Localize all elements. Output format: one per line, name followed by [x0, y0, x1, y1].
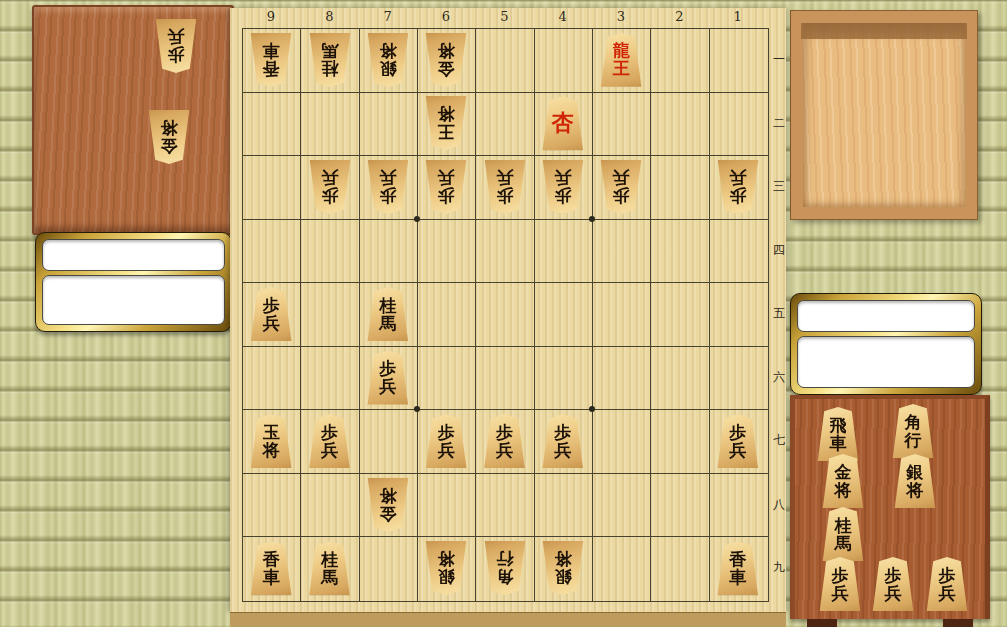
piece-kanji: 兵	[379, 378, 396, 396]
piece-kanji: 兵	[438, 169, 455, 187]
piece-kanji: 将	[161, 119, 178, 137]
piece-kanji: 歩	[729, 423, 746, 441]
stand-foot-right	[943, 619, 973, 627]
piece-kanji: 桂	[321, 60, 338, 78]
piece-kanji: 将	[438, 550, 455, 568]
piece-8g[interactable]: 歩兵	[307, 414, 353, 468]
piece-kanji: 歩	[379, 187, 396, 205]
sente-hand-piece-6[interactable]: 歩兵	[870, 557, 916, 611]
piece-8c[interactable]: 歩兵	[307, 160, 353, 214]
piece-kanji: 桂	[379, 296, 396, 314]
rank-label-六: 六	[771, 346, 787, 409]
piece-kanji: 歩	[729, 187, 746, 205]
file-coordinates: 987654321	[242, 9, 767, 27]
gote-hand-pieces: 歩兵金将	[34, 7, 232, 233]
rank-label-七: 七	[771, 409, 787, 472]
file-label-6: 6	[417, 9, 475, 24]
sente-clock-slot	[797, 336, 975, 388]
piece-kanji: 将	[554, 550, 571, 568]
file-label-2: 2	[650, 9, 708, 24]
sente-piece-tray-rim	[801, 23, 967, 39]
piece-kanji: 将	[263, 441, 280, 459]
piece-kanji: 兵	[613, 169, 630, 187]
piece-3a[interactable]: 龍王	[598, 33, 644, 87]
piece-6a[interactable]: 金将	[423, 33, 469, 87]
piece-kanji: 角	[496, 568, 513, 586]
piece-kanji: 歩	[554, 423, 571, 441]
piece-kanji: 歩	[613, 187, 630, 205]
piece-kanji: 馬	[379, 314, 396, 332]
piece-kanji: 王	[438, 123, 455, 141]
piece-7c[interactable]: 歩兵	[365, 160, 411, 214]
piece-3c[interactable]: 歩兵	[598, 160, 644, 214]
piece-9e[interactable]: 歩兵	[248, 287, 294, 341]
gote-name-slot	[42, 239, 225, 271]
piece-kanji: 兵	[832, 584, 849, 602]
piece-kanji: 銀	[554, 568, 571, 586]
piece-kanji: 角	[905, 413, 922, 431]
piece-kanji: 行	[496, 550, 513, 568]
piece-kanji: 兵	[939, 584, 956, 602]
piece-9a[interactable]: 香車	[248, 33, 294, 87]
piece-7e[interactable]: 桂馬	[365, 287, 411, 341]
piece-5i[interactable]: 角行	[482, 541, 528, 595]
piece-8a[interactable]: 桂馬	[307, 33, 353, 87]
piece-kanji: 香	[263, 550, 280, 568]
piece-kanji: 歩	[263, 296, 280, 314]
sente-hand-piece-0[interactable]: 飛車	[815, 407, 861, 461]
rank-label-一: 一	[771, 28, 787, 91]
star-point	[414, 216, 420, 222]
file-label-4: 4	[534, 9, 592, 24]
piece-9i[interactable]: 香車	[248, 541, 294, 595]
piece-kanji: 兵	[321, 441, 338, 459]
piece-6g[interactable]: 歩兵	[423, 414, 469, 468]
piece-kanji: 香	[263, 60, 280, 78]
piece-kanji: 兵	[885, 584, 902, 602]
piece-kanji: 金	[438, 60, 455, 78]
piece-kanji: 桂	[321, 550, 338, 568]
piece-kanji: 香	[729, 550, 746, 568]
rank-label-九: 九	[771, 536, 787, 599]
piece-6c[interactable]: 歩兵	[423, 160, 469, 214]
piece-kanji: 兵	[496, 169, 513, 187]
piece-kanji: 金	[835, 463, 852, 481]
piece-kanji: 馬	[321, 568, 338, 586]
piece-kanji: 歩	[496, 423, 513, 441]
sente-hand-piece-2[interactable]: 金将	[820, 454, 866, 508]
piece-kanji: 歩	[321, 423, 338, 441]
sente-hand-piece-5[interactable]: 歩兵	[817, 557, 863, 611]
piece-kanji: 車	[830, 434, 847, 452]
gote-hand-piece-0[interactable]: 歩兵	[153, 19, 199, 73]
file-label-3: 3	[592, 9, 650, 24]
piece-kanji: 銀	[379, 60, 396, 78]
piece-kanji: 兵	[729, 169, 746, 187]
piece-kanji: 歩	[168, 46, 185, 64]
piece-kanji: 歩	[885, 566, 902, 584]
file-label-9: 9	[242, 9, 300, 24]
piece-4g[interactable]: 歩兵	[540, 414, 586, 468]
piece-kanji: 車	[263, 42, 280, 60]
piece-kanji: 金	[379, 505, 396, 523]
gote-player-plate	[35, 232, 232, 332]
piece-1i[interactable]: 香車	[715, 541, 761, 595]
sente-hand-piece-3[interactable]: 銀将	[892, 454, 938, 508]
file-label-1: 1	[709, 9, 767, 24]
rank-label-五: 五	[771, 282, 787, 345]
piece-kanji: 将	[379, 487, 396, 505]
piece-kanji: 車	[729, 568, 746, 586]
rank-coordinates: 一二三四五六七八九	[771, 28, 787, 600]
piece-4b[interactable]: 杏	[540, 96, 586, 150]
sente-piece-tray	[790, 10, 978, 220]
file-label-7: 7	[359, 9, 417, 24]
piece-kanji: 兵	[554, 441, 571, 459]
piece-kanji: 歩	[438, 423, 455, 441]
board-pieces: 香車桂馬銀将金将龍王王将杏歩兵歩兵歩兵歩兵歩兵歩兵歩兵歩兵桂馬歩兵玉将歩兵歩兵歩…	[242, 28, 767, 600]
piece-1c[interactable]: 歩兵	[715, 160, 761, 214]
gote-clock-slot	[42, 275, 225, 325]
piece-kanji: 車	[263, 568, 280, 586]
gote-hand-piece-1[interactable]: 金将	[146, 110, 192, 164]
stand-foot-left	[807, 619, 837, 627]
piece-1g[interactable]: 歩兵	[715, 414, 761, 468]
piece-kanji: 将	[438, 42, 455, 60]
piece-kanji: 歩	[438, 187, 455, 205]
piece-6i[interactable]: 銀将	[423, 541, 469, 595]
piece-kanji: 飛	[830, 416, 847, 434]
piece-kanji: 将	[438, 105, 455, 123]
piece-kanji: 王	[613, 60, 630, 78]
piece-7a[interactable]: 銀将	[365, 33, 411, 87]
piece-kanji: 馬	[835, 534, 852, 552]
piece-kanji: 杏	[552, 111, 574, 135]
piece-kanji: 銀	[438, 568, 455, 586]
piece-kanji: 歩	[496, 187, 513, 205]
gote-captured-stand: 歩兵金将	[32, 5, 234, 235]
piece-kanji: 将	[907, 481, 924, 499]
piece-kanji: 兵	[168, 28, 185, 46]
piece-4i[interactable]: 銀将	[540, 541, 586, 595]
piece-kanji: 兵	[263, 314, 280, 332]
piece-kanji: 行	[905, 431, 922, 449]
piece-kanji: 将	[835, 481, 852, 499]
sente-hand-pieces: 飛車角行金将銀将桂馬歩兵歩兵歩兵	[795, 399, 985, 619]
sente-piece-tray-floor	[803, 23, 965, 207]
piece-kanji: 兵	[321, 169, 338, 187]
piece-kanji: 兵	[554, 169, 571, 187]
file-label-5: 5	[475, 9, 533, 24]
piece-8i[interactable]: 桂馬	[307, 541, 353, 595]
piece-kanji: 桂	[835, 516, 852, 534]
star-point	[589, 216, 595, 222]
sente-hand-piece-4[interactable]: 桂馬	[820, 507, 866, 561]
piece-kanji: 兵	[438, 441, 455, 459]
piece-kanji: 歩	[379, 360, 396, 378]
piece-kanji: 兵	[729, 441, 746, 459]
piece-6b[interactable]: 王将	[423, 96, 469, 150]
sente-hand-piece-7[interactable]: 歩兵	[924, 557, 970, 611]
piece-kanji: 歩	[939, 566, 956, 584]
shogi-app: { "game": "shogi", "position": { "sfen":…	[0, 0, 1007, 627]
rank-label-三: 三	[771, 155, 787, 218]
piece-7f[interactable]: 歩兵	[365, 351, 411, 405]
shogi-board: 987654321 一二三四五六七八九 香車桂馬銀将金将龍王王将杏歩兵歩兵歩兵歩…	[230, 8, 786, 612]
piece-kanji: 将	[379, 42, 396, 60]
file-label-8: 8	[300, 9, 358, 24]
piece-kanji: 馬	[321, 42, 338, 60]
piece-kanji: 歩	[832, 566, 849, 584]
piece-kanji: 兵	[379, 169, 396, 187]
piece-7h[interactable]: 金将	[365, 478, 411, 532]
piece-9g[interactable]: 玉将	[248, 414, 294, 468]
board-edge	[230, 612, 786, 627]
piece-5g[interactable]: 歩兵	[482, 414, 528, 468]
piece-kanji: 歩	[321, 187, 338, 205]
sente-captured-stand: 飛車角行金将銀将桂馬歩兵歩兵歩兵	[790, 395, 990, 619]
piece-kanji: 銀	[907, 463, 924, 481]
piece-kanji: 龍	[613, 42, 630, 60]
sente-name-slot	[797, 300, 975, 332]
piece-4c[interactable]: 歩兵	[540, 160, 586, 214]
sente-hand-piece-1[interactable]: 角行	[890, 404, 936, 458]
sente-player-plate	[790, 293, 982, 395]
rank-label-四: 四	[771, 219, 787, 282]
rank-label-八: 八	[771, 473, 787, 536]
piece-kanji: 金	[161, 137, 178, 155]
rank-label-二: 二	[771, 92, 787, 155]
piece-kanji: 玉	[263, 423, 280, 441]
piece-kanji: 兵	[496, 441, 513, 459]
piece-kanji: 歩	[554, 187, 571, 205]
piece-5c[interactable]: 歩兵	[482, 160, 528, 214]
